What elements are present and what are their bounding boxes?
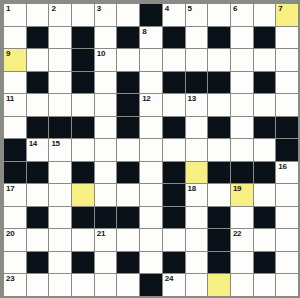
cell-r10c2[interactable] <box>49 229 71 251</box>
clue-number: 7 <box>278 4 282 14</box>
cell-r5c1 <box>27 117 49 139</box>
clue-number: 12 <box>142 94 150 104</box>
cell-r11c4[interactable] <box>95 252 117 274</box>
cell-r0c3[interactable] <box>72 4 94 26</box>
clue-number: 4 <box>165 4 169 14</box>
cell-r9c9 <box>208 207 230 229</box>
cell-r1c12[interactable] <box>276 27 298 49</box>
cell-r9c2[interactable] <box>49 207 71 229</box>
cell-r12c11[interactable] <box>254 274 276 296</box>
cell-r11c2[interactable] <box>49 252 71 274</box>
cell-r6c4[interactable] <box>95 139 117 161</box>
cell-r3c10[interactable] <box>231 72 253 94</box>
cell-r2c8[interactable] <box>186 49 208 71</box>
cell-r4c11[interactable] <box>254 94 276 116</box>
cell-r11c0[interactable] <box>4 252 26 274</box>
cell-r4c5 <box>117 94 139 116</box>
cell-r10c11[interactable] <box>254 229 276 251</box>
cell-r8c10[interactable]: 19 <box>231 184 253 206</box>
cell-r6c9[interactable] <box>208 139 230 161</box>
cell-r7c0 <box>4 162 26 184</box>
cell-r11c1 <box>27 252 49 274</box>
cell-r10c10[interactable]: 22 <box>231 229 253 251</box>
cell-r11c9 <box>208 252 230 274</box>
cell-r3c5 <box>117 72 139 94</box>
cell-r9c4 <box>95 207 117 229</box>
clue-number: 21 <box>97 229 105 239</box>
cell-r10c6[interactable] <box>140 229 162 251</box>
cell-r4c4[interactable] <box>95 94 117 116</box>
cell-r0c0[interactable]: 1 <box>4 4 26 26</box>
cell-r2c0[interactable]: 9 <box>4 49 26 71</box>
cell-r1c3 <box>72 27 94 49</box>
cell-r7c8[interactable] <box>186 162 208 184</box>
cell-r12c0[interactable]: 23 <box>4 274 26 296</box>
cell-r8c5[interactable] <box>117 184 139 206</box>
cell-r8c8[interactable]: 18 <box>186 184 208 206</box>
clue-number: 8 <box>142 27 146 37</box>
cell-r5c7 <box>163 117 185 139</box>
clue-number: 16 <box>278 162 286 172</box>
cell-r5c8[interactable] <box>186 117 208 139</box>
cell-r10c0[interactable]: 20 <box>4 229 26 251</box>
cell-r1c4[interactable] <box>95 27 117 49</box>
cell-r1c7 <box>163 27 185 49</box>
cell-r9c12[interactable] <box>276 207 298 229</box>
cell-r4c1[interactable] <box>27 94 49 116</box>
cell-r0c2[interactable]: 2 <box>49 4 71 26</box>
cell-r2c10[interactable] <box>231 49 253 71</box>
cell-r12c7[interactable]: 24 <box>163 274 185 296</box>
cell-r6c10[interactable] <box>231 139 253 161</box>
cell-r10c8[interactable] <box>186 229 208 251</box>
clue-number: 10 <box>97 49 105 59</box>
cell-r9c5 <box>117 207 139 229</box>
cell-r7c11 <box>254 162 276 184</box>
clue-number: 9 <box>6 49 10 59</box>
cell-r11c7 <box>163 252 185 274</box>
cell-r8c9[interactable] <box>208 184 230 206</box>
cell-r2c4[interactable]: 10 <box>95 49 117 71</box>
cell-r8c12[interactable] <box>276 184 298 206</box>
cell-r2c9[interactable] <box>208 49 230 71</box>
cell-r9c6[interactable] <box>140 207 162 229</box>
clue-number: 5 <box>188 4 192 14</box>
cell-r5c4[interactable] <box>95 117 117 139</box>
cell-r8c7 <box>163 184 185 206</box>
cell-r7c4[interactable] <box>95 162 117 184</box>
clue-number: 23 <box>6 274 14 284</box>
cell-r0c1[interactable] <box>27 4 49 26</box>
cell-r3c8 <box>186 72 208 94</box>
clue-number: 18 <box>188 184 196 194</box>
cell-r9c0[interactable] <box>4 207 26 229</box>
cell-r8c11[interactable] <box>254 184 276 206</box>
clue-number: 6 <box>233 4 237 14</box>
cell-r5c5 <box>117 117 139 139</box>
cell-r6c12 <box>276 139 298 161</box>
cell-r4c3[interactable] <box>72 94 94 116</box>
cell-r10c4[interactable]: 21 <box>95 229 117 251</box>
cell-r11c3 <box>72 252 94 274</box>
cell-r3c7 <box>163 72 185 94</box>
cell-r5c6[interactable] <box>140 117 162 139</box>
cell-r3c3 <box>72 72 94 94</box>
cell-r0c6 <box>140 4 162 26</box>
cell-r3c9 <box>208 72 230 94</box>
clue-number: 17 <box>6 184 14 194</box>
cell-r9c3 <box>72 207 94 229</box>
cell-r0c5[interactable] <box>117 4 139 26</box>
cell-r7c2[interactable] <box>49 162 71 184</box>
clue-number: 11 <box>6 94 14 104</box>
cell-r10c3[interactable] <box>72 229 94 251</box>
cell-r12c3[interactable] <box>72 274 94 296</box>
cell-r11c11 <box>254 252 276 274</box>
cell-r7c3 <box>72 162 94 184</box>
cell-r5c9 <box>208 117 230 139</box>
cell-r12c12[interactable] <box>276 274 298 296</box>
cell-r6c2[interactable]: 15 <box>49 139 71 161</box>
clue-number: 24 <box>165 274 173 284</box>
cell-r8c0[interactable]: 17 <box>4 184 26 206</box>
cell-r2c6[interactable] <box>140 49 162 71</box>
cell-r10c5[interactable] <box>117 229 139 251</box>
cell-r5c2 <box>49 117 71 139</box>
cell-r5c3 <box>72 117 94 139</box>
cell-r1c10[interactable] <box>231 27 253 49</box>
cell-r9c7 <box>163 207 185 229</box>
cell-r5c11 <box>254 117 276 139</box>
cell-r9c10[interactable] <box>231 207 253 229</box>
cell-r2c11[interactable] <box>254 49 276 71</box>
cell-r10c7[interactable] <box>163 229 185 251</box>
cell-r12c9[interactable] <box>208 274 230 296</box>
cell-r0c11[interactable] <box>254 4 276 26</box>
cell-r3c6[interactable] <box>140 72 162 94</box>
cell-r6c7[interactable] <box>163 139 185 161</box>
clue-number: 3 <box>97 4 101 14</box>
cell-r1c0[interactable] <box>4 27 26 49</box>
cell-r1c9 <box>208 27 230 49</box>
cell-r0c8[interactable]: 5 <box>186 4 208 26</box>
cell-r2c3 <box>72 49 94 71</box>
clue-number: 22 <box>233 229 241 239</box>
cell-r10c1[interactable] <box>27 229 49 251</box>
cell-r2c12[interactable] <box>276 49 298 71</box>
cell-r4c7[interactable] <box>163 94 185 116</box>
clue-number: 2 <box>51 4 55 14</box>
cell-r3c1 <box>27 72 49 94</box>
cell-r5c10[interactable] <box>231 117 253 139</box>
cell-r12c6 <box>140 274 162 296</box>
clue-number: 1 <box>6 4 10 14</box>
cell-r6c5[interactable] <box>117 139 139 161</box>
cell-r0c9[interactable] <box>208 4 230 26</box>
cell-r8c3[interactable] <box>72 184 94 206</box>
cell-r6c8[interactable] <box>186 139 208 161</box>
cell-r10c9 <box>208 229 230 251</box>
cell-r3c12[interactable] <box>276 72 298 94</box>
cell-r4c0[interactable]: 11 <box>4 94 26 116</box>
cell-r7c12[interactable]: 16 <box>276 162 298 184</box>
cell-r6c6[interactable] <box>140 139 162 161</box>
cell-r7c5 <box>117 162 139 184</box>
cell-r12c1[interactable] <box>27 274 49 296</box>
cell-r4c9[interactable] <box>208 94 230 116</box>
cell-r8c1[interactable] <box>27 184 49 206</box>
clue-number: 13 <box>188 94 196 104</box>
cell-r9c8[interactable] <box>186 207 208 229</box>
cell-r11c12[interactable] <box>276 252 298 274</box>
cell-r12c4[interactable] <box>95 274 117 296</box>
cell-r12c5[interactable] <box>117 274 139 296</box>
cell-r5c0[interactable] <box>4 117 26 139</box>
cell-r10c12[interactable] <box>276 229 298 251</box>
cell-r1c2[interactable] <box>49 27 71 49</box>
cell-r5c12 <box>276 117 298 139</box>
cell-r12c10[interactable] <box>231 274 253 296</box>
crossword-grid: 123456789101112131415161718192021222324 <box>4 4 298 296</box>
cell-r7c1 <box>27 162 49 184</box>
cell-r0c12[interactable]: 7 <box>276 4 298 26</box>
cell-r7c6[interactable] <box>140 162 162 184</box>
cell-r8c6[interactable] <box>140 184 162 206</box>
cell-r1c1 <box>27 27 49 49</box>
cell-r0c10[interactable]: 6 <box>231 4 253 26</box>
cell-r7c9 <box>208 162 230 184</box>
cell-r12c8[interactable] <box>186 274 208 296</box>
cell-r8c2[interactable] <box>49 184 71 206</box>
cell-r1c8[interactable] <box>186 27 208 49</box>
cell-r3c4[interactable] <box>95 72 117 94</box>
cell-r0c7[interactable]: 4 <box>163 4 185 26</box>
clue-number: 19 <box>233 184 241 194</box>
cell-r6c3[interactable] <box>72 139 94 161</box>
cell-r11c6[interactable] <box>140 252 162 274</box>
cell-r2c7[interactable] <box>163 49 185 71</box>
cell-r7c10 <box>231 162 253 184</box>
cell-r1c11 <box>254 27 276 49</box>
cell-r1c5 <box>117 27 139 49</box>
cell-r11c10[interactable] <box>231 252 253 274</box>
clue-number: 15 <box>51 139 59 149</box>
cell-r9c11 <box>254 207 276 229</box>
cell-r4c6[interactable]: 12 <box>140 94 162 116</box>
cell-r2c1[interactable] <box>27 49 49 71</box>
clue-number: 14 <box>29 139 37 149</box>
cell-r3c2[interactable] <box>49 72 71 94</box>
cell-r8c4[interactable] <box>95 184 117 206</box>
cell-r4c12[interactable] <box>276 94 298 116</box>
cell-r11c5 <box>117 252 139 274</box>
cell-r2c2[interactable] <box>49 49 71 71</box>
crossword-board: 123456789101112131415161718192021222324 <box>0 0 300 298</box>
cell-r4c8[interactable]: 13 <box>186 94 208 116</box>
cell-r12c2[interactable] <box>49 274 71 296</box>
cell-r3c0[interactable] <box>4 72 26 94</box>
cell-r6c11[interactable] <box>254 139 276 161</box>
cell-r3c11 <box>254 72 276 94</box>
cell-r1c6[interactable]: 8 <box>140 27 162 49</box>
cell-r6c1[interactable]: 14 <box>27 139 49 161</box>
cell-r9c1 <box>27 207 49 229</box>
cell-r4c10[interactable] <box>231 94 253 116</box>
cell-r11c8[interactable] <box>186 252 208 274</box>
cell-r6c0 <box>4 139 26 161</box>
cell-r0c4[interactable]: 3 <box>95 4 117 26</box>
cell-r2c5[interactable] <box>117 49 139 71</box>
clue-number: 20 <box>6 229 14 239</box>
cell-r4c2[interactable] <box>49 94 71 116</box>
cell-r7c7 <box>163 162 185 184</box>
